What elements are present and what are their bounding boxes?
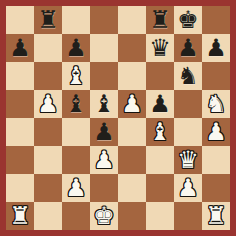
square-g1[interactable] xyxy=(174,202,202,230)
square-b1[interactable] xyxy=(34,202,62,230)
white-pawn-icon[interactable]: ♟ xyxy=(174,174,202,202)
square-d6[interactable] xyxy=(90,62,118,90)
square-d1[interactable]: ♚ xyxy=(90,202,118,230)
black-rook-icon[interactable]: ♜ xyxy=(146,6,174,34)
square-h7[interactable]: ♟ xyxy=(202,34,230,62)
square-d8[interactable] xyxy=(90,6,118,34)
square-g5[interactable] xyxy=(174,90,202,118)
square-c3[interactable] xyxy=(62,146,90,174)
black-pawn-icon[interactable]: ♟ xyxy=(90,118,118,146)
square-h6[interactable] xyxy=(202,62,230,90)
white-rook-icon[interactable]: ♜ xyxy=(6,202,34,230)
square-a7[interactable]: ♟ xyxy=(6,34,34,62)
square-a2[interactable] xyxy=(6,174,34,202)
square-g8[interactable]: ♚ xyxy=(174,6,202,34)
square-a1[interactable]: ♜ xyxy=(6,202,34,230)
square-g2[interactable]: ♟ xyxy=(174,174,202,202)
square-f8[interactable]: ♜ xyxy=(146,6,174,34)
square-a4[interactable] xyxy=(6,118,34,146)
square-e3[interactable] xyxy=(118,146,146,174)
square-a8[interactable] xyxy=(6,6,34,34)
square-f4[interactable]: ♝ xyxy=(146,118,174,146)
black-bishop-icon[interactable]: ♝ xyxy=(90,90,118,118)
square-b5[interactable]: ♟ xyxy=(34,90,62,118)
square-f3[interactable] xyxy=(146,146,174,174)
black-bishop-icon[interactable]: ♝ xyxy=(62,90,90,118)
square-a5[interactable] xyxy=(6,90,34,118)
square-d7[interactable] xyxy=(90,34,118,62)
square-g3[interactable]: ♛ xyxy=(174,146,202,174)
square-f2[interactable] xyxy=(146,174,174,202)
square-d5[interactable]: ♝ xyxy=(90,90,118,118)
white-pawn-icon[interactable]: ♟ xyxy=(90,146,118,174)
white-pawn-icon[interactable]: ♟ xyxy=(202,118,230,146)
square-e4[interactable] xyxy=(118,118,146,146)
square-e2[interactable] xyxy=(118,174,146,202)
black-pawn-icon[interactable]: ♟ xyxy=(202,34,230,62)
board-frame: ♜♜♚♟♟♛♟♟♝♞♟♝♝♟♟♞♟♝♟♟♛♟♟♜♚♜ xyxy=(0,0,236,236)
black-pawn-icon[interactable]: ♟ xyxy=(146,90,174,118)
square-b3[interactable] xyxy=(34,146,62,174)
square-c6[interactable]: ♝ xyxy=(62,62,90,90)
white-bishop-icon[interactable]: ♝ xyxy=(62,62,90,90)
white-bishop-icon[interactable]: ♝ xyxy=(146,118,174,146)
square-h2[interactable] xyxy=(202,174,230,202)
square-f7[interactable]: ♛ xyxy=(146,34,174,62)
square-e7[interactable] xyxy=(118,34,146,62)
square-f5[interactable]: ♟ xyxy=(146,90,174,118)
white-knight-icon[interactable]: ♞ xyxy=(202,90,230,118)
square-c1[interactable] xyxy=(62,202,90,230)
white-pawn-icon[interactable]: ♟ xyxy=(62,174,90,202)
white-pawn-icon[interactable]: ♟ xyxy=(118,90,146,118)
square-f1[interactable] xyxy=(146,202,174,230)
square-h3[interactable] xyxy=(202,146,230,174)
white-queen-icon[interactable]: ♛ xyxy=(174,146,202,174)
square-h4[interactable]: ♟ xyxy=(202,118,230,146)
square-f6[interactable] xyxy=(146,62,174,90)
square-a3[interactable] xyxy=(6,146,34,174)
square-g4[interactable] xyxy=(174,118,202,146)
square-b4[interactable] xyxy=(34,118,62,146)
black-knight-icon[interactable]: ♞ xyxy=(174,62,202,90)
square-c7[interactable]: ♟ xyxy=(62,34,90,62)
chess-app: ♜♜♚♟♟♛♟♟♝♞♟♝♝♟♟♞♟♝♟♟♛♟♟♜♚♜ xyxy=(0,0,236,236)
square-c4[interactable] xyxy=(62,118,90,146)
square-c8[interactable] xyxy=(62,6,90,34)
square-e1[interactable] xyxy=(118,202,146,230)
black-pawn-icon[interactable]: ♟ xyxy=(174,34,202,62)
square-b2[interactable] xyxy=(34,174,62,202)
square-c2[interactable]: ♟ xyxy=(62,174,90,202)
square-b6[interactable] xyxy=(34,62,62,90)
black-king-icon[interactable]: ♚ xyxy=(174,6,202,34)
square-e6[interactable] xyxy=(118,62,146,90)
white-king-icon[interactable]: ♚ xyxy=(90,202,118,230)
black-queen-icon[interactable]: ♛ xyxy=(146,34,174,62)
white-rook-icon[interactable]: ♜ xyxy=(202,202,230,230)
square-h1[interactable]: ♜ xyxy=(202,202,230,230)
square-d3[interactable]: ♟ xyxy=(90,146,118,174)
chess-board: ♜♜♚♟♟♛♟♟♝♞♟♝♝♟♟♞♟♝♟♟♛♟♟♜♚♜ xyxy=(6,6,230,230)
square-b7[interactable] xyxy=(34,34,62,62)
square-h8[interactable] xyxy=(202,6,230,34)
black-pawn-icon[interactable]: ♟ xyxy=(62,34,90,62)
square-c5[interactable]: ♝ xyxy=(62,90,90,118)
square-g6[interactable]: ♞ xyxy=(174,62,202,90)
square-g7[interactable]: ♟ xyxy=(174,34,202,62)
square-d4[interactable]: ♟ xyxy=(90,118,118,146)
square-h5[interactable]: ♞ xyxy=(202,90,230,118)
white-pawn-icon[interactable]: ♟ xyxy=(34,90,62,118)
square-b8[interactable]: ♜ xyxy=(34,6,62,34)
square-e8[interactable] xyxy=(118,6,146,34)
square-d2[interactable] xyxy=(90,174,118,202)
square-a6[interactable] xyxy=(6,62,34,90)
black-rook-icon[interactable]: ♜ xyxy=(34,6,62,34)
black-pawn-icon[interactable]: ♟ xyxy=(6,34,34,62)
square-e5[interactable]: ♟ xyxy=(118,90,146,118)
